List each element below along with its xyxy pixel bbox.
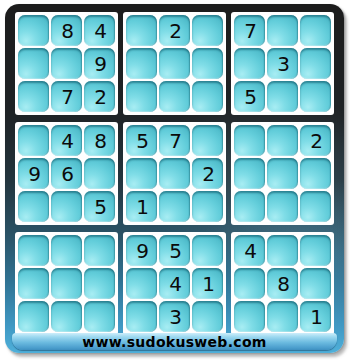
cell-r4c5[interactable]: 7 — [159, 125, 190, 156]
cell-r5c6[interactable]: 2 — [192, 158, 223, 189]
cell-r7c4[interactable]: 9 — [126, 235, 157, 266]
cell-r3c8[interactable] — [267, 81, 298, 112]
cell-r5c3[interactable] — [84, 158, 115, 189]
cell-r1c6[interactable] — [192, 15, 223, 46]
cell-r9c4[interactable] — [126, 301, 157, 332]
cell-r4c1[interactable] — [18, 125, 49, 156]
cell-r2c8[interactable]: 3 — [267, 48, 298, 79]
box-4: 48965 — [15, 122, 118, 225]
cell-r4c2[interactable]: 4 — [51, 125, 82, 156]
cell-r9c5[interactable]: 3 — [159, 301, 190, 332]
cell-r3c2[interactable]: 7 — [51, 81, 82, 112]
cell-r4c7[interactable] — [234, 125, 265, 156]
cell-r2c6[interactable] — [192, 48, 223, 79]
cell-r3c3[interactable]: 2 — [84, 81, 115, 112]
cell-r8c9[interactable] — [300, 268, 331, 299]
cell-r8c8[interactable]: 8 — [267, 268, 298, 299]
cell-r8c7[interactable] — [234, 268, 265, 299]
cell-r9c2[interactable] — [51, 301, 82, 332]
cell-r7c2[interactable] — [51, 235, 82, 266]
cell-r9c8[interactable] — [267, 301, 298, 332]
cell-r4c8[interactable] — [267, 125, 298, 156]
cell-r2c7[interactable] — [234, 48, 265, 79]
cell-r6c6[interactable] — [192, 191, 223, 222]
box-9: 481 — [231, 232, 334, 335]
cell-r6c8[interactable] — [267, 191, 298, 222]
cell-r6c2[interactable] — [51, 191, 82, 222]
cell-r3c6[interactable] — [192, 81, 223, 112]
cell-r1c8[interactable] — [267, 15, 298, 46]
cell-r2c9[interactable] — [300, 48, 331, 79]
cell-r2c2[interactable] — [51, 48, 82, 79]
cell-r3c5[interactable] — [159, 81, 190, 112]
cell-r9c3[interactable] — [84, 301, 115, 332]
cell-r5c4[interactable] — [126, 158, 157, 189]
cell-r9c6[interactable] — [192, 301, 223, 332]
cell-r1c4[interactable] — [126, 15, 157, 46]
cell-r7c8[interactable] — [267, 235, 298, 266]
box-3: 735 — [231, 12, 334, 115]
cell-r8c6[interactable]: 1 — [192, 268, 223, 299]
cell-r7c6[interactable] — [192, 235, 223, 266]
cell-r7c5[interactable]: 5 — [159, 235, 190, 266]
cell-r8c5[interactable]: 4 — [159, 268, 190, 299]
box-2: 2 — [123, 12, 226, 115]
cell-r5c9[interactable] — [300, 158, 331, 189]
cell-r9c9[interactable]: 1 — [300, 301, 331, 332]
cell-r2c5[interactable] — [159, 48, 190, 79]
cell-r8c1[interactable] — [18, 268, 49, 299]
cell-r3c7[interactable]: 5 — [234, 81, 265, 112]
cell-r3c9[interactable] — [300, 81, 331, 112]
cell-r1c7[interactable]: 7 — [234, 15, 265, 46]
cell-r2c4[interactable] — [126, 48, 157, 79]
box-1: 84972 — [15, 12, 118, 115]
cell-r5c7[interactable] — [234, 158, 265, 189]
cell-r6c7[interactable] — [234, 191, 265, 222]
box-5: 5721 — [123, 122, 226, 225]
cell-r4c4[interactable]: 5 — [126, 125, 157, 156]
cell-r4c6[interactable] — [192, 125, 223, 156]
cell-r2c3[interactable]: 9 — [84, 48, 115, 79]
cell-r4c3[interactable]: 8 — [84, 125, 115, 156]
cell-r3c1[interactable] — [18, 81, 49, 112]
cell-r6c4[interactable]: 1 — [126, 191, 157, 222]
footer-band: www.sudokusweb.com — [12, 333, 337, 350]
sudoku-grid: 849722735489655721295413481 — [15, 12, 334, 335]
box-6: 2 — [231, 122, 334, 225]
cell-r6c1[interactable] — [18, 191, 49, 222]
board-frame: 849722735489655721295413481 www.sudokusw… — [5, 4, 344, 353]
box-7 — [15, 232, 118, 335]
cell-r5c1[interactable]: 9 — [18, 158, 49, 189]
cell-r6c3[interactable]: 5 — [84, 191, 115, 222]
cell-r5c5[interactable] — [159, 158, 190, 189]
cell-r3c4[interactable] — [126, 81, 157, 112]
cell-r7c9[interactable] — [300, 235, 331, 266]
cell-r6c5[interactable] — [159, 191, 190, 222]
cell-r8c3[interactable] — [84, 268, 115, 299]
cell-r1c1[interactable] — [18, 15, 49, 46]
cell-r5c2[interactable]: 6 — [51, 158, 82, 189]
cell-r1c3[interactable]: 4 — [84, 15, 115, 46]
cell-r5c8[interactable] — [267, 158, 298, 189]
cell-r8c2[interactable] — [51, 268, 82, 299]
box-8: 95413 — [123, 232, 226, 335]
cell-r2c1[interactable] — [18, 48, 49, 79]
cell-r7c1[interactable] — [18, 235, 49, 266]
cell-r1c5[interactable]: 2 — [159, 15, 190, 46]
cell-r1c9[interactable] — [300, 15, 331, 46]
cell-r7c3[interactable] — [84, 235, 115, 266]
cell-r4c9[interactable]: 2 — [300, 125, 331, 156]
cell-r1c2[interactable]: 8 — [51, 15, 82, 46]
cell-r7c7[interactable]: 4 — [234, 235, 265, 266]
site-url-link[interactable]: www.sudokusweb.com — [82, 334, 266, 350]
cell-r8c4[interactable] — [126, 268, 157, 299]
cell-r9c1[interactable] — [18, 301, 49, 332]
cell-r9c7[interactable] — [234, 301, 265, 332]
cell-r6c9[interactable] — [300, 191, 331, 222]
